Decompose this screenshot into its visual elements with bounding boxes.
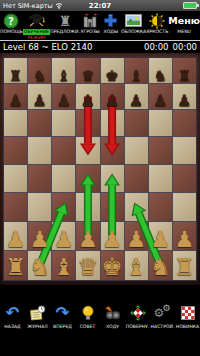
white-clock: 00:00 bbox=[144, 42, 169, 52]
new-game-button[interactable]: НОВИНКА bbox=[175, 302, 200, 329]
white-king: ♚ bbox=[101, 256, 122, 280]
graduation-cap-icon bbox=[28, 12, 45, 29]
white-rook: ♜ bbox=[174, 256, 195, 280]
brightness-button[interactable]: ЯРКОСТЬ bbox=[146, 11, 168, 35]
square-b7[interactable]: ♟ bbox=[28, 84, 51, 109]
square-h4[interactable] bbox=[173, 165, 196, 192]
forward-arrow-icon: ↷ bbox=[56, 302, 69, 323]
wifi-icon bbox=[55, 2, 63, 9]
square-h1[interactable]: ♜ bbox=[173, 251, 196, 280]
square-e6[interactable] bbox=[101, 110, 124, 136]
square-h3[interactable] bbox=[173, 193, 196, 221]
square-d7[interactable]: ♟ bbox=[76, 84, 99, 109]
white-knight: ♞ bbox=[29, 256, 50, 280]
lightbulb-icon bbox=[81, 302, 95, 323]
white-knight: ♞ bbox=[150, 256, 171, 280]
black-pawn: ♟ bbox=[129, 93, 143, 109]
square-d8[interactable]: ♛ bbox=[76, 58, 99, 83]
white-queen: ♛ bbox=[77, 256, 98, 280]
journal-icon bbox=[30, 302, 46, 323]
top-toolbar: ? ПОМОЩЬ ОБУЧЕНИЕ РЕЖИМ ♜ ПРЕДЛОЖИ. bbox=[0, 11, 200, 40]
suggest-move-button[interactable]: ♜ ПРЕДЛОЖИ. bbox=[50, 11, 80, 35]
square-f6[interactable] bbox=[125, 110, 148, 136]
white-bishop: ♝ bbox=[53, 256, 74, 280]
square-g6[interactable] bbox=[149, 110, 172, 136]
square-h7[interactable]: ♟ bbox=[173, 84, 196, 109]
moves-button[interactable]: ХОДЫ bbox=[100, 11, 121, 35]
square-g7[interactable]: ♟ bbox=[149, 84, 172, 109]
cover-button[interactable]: ОБЛОЖКА bbox=[121, 11, 146, 35]
square-f8[interactable]: ♝ bbox=[125, 58, 148, 83]
white-pawn: ♟ bbox=[150, 228, 170, 250]
square-f3[interactable] bbox=[125, 193, 148, 221]
white-pawn: ♟ bbox=[126, 228, 146, 250]
square-c2[interactable]: ♟ bbox=[52, 222, 75, 250]
threats-button[interactable]: УГРОЗЫ bbox=[80, 11, 101, 35]
square-e1[interactable]: ♚ bbox=[101, 251, 124, 280]
settings-button[interactable]: ⚙⚙ НАСТРОЙ. bbox=[150, 302, 175, 329]
square-e3[interactable] bbox=[101, 193, 124, 221]
square-d1[interactable]: ♛ bbox=[76, 251, 99, 280]
rotate-board-icon bbox=[130, 302, 146, 323]
square-a5[interactable] bbox=[4, 137, 27, 164]
white-pawn: ♟ bbox=[30, 228, 50, 250]
square-b8[interactable]: ♞ bbox=[28, 58, 51, 83]
chess-app-screen: Нет SIM-карты 22:07 ? ПОМОЩЬ bbox=[0, 0, 200, 356]
square-b4[interactable] bbox=[28, 165, 51, 192]
white-pawn: ♟ bbox=[78, 228, 98, 250]
black-bishop: ♝ bbox=[130, 69, 143, 84]
black-bishop: ♝ bbox=[57, 69, 70, 84]
brightness-sun-icon bbox=[149, 12, 165, 29]
square-f5[interactable] bbox=[125, 137, 148, 164]
square-b5[interactable] bbox=[28, 137, 51, 164]
back-arrow-icon: ↶ bbox=[6, 302, 19, 323]
black-knight: ♞ bbox=[154, 69, 167, 84]
picture-icon bbox=[125, 12, 142, 29]
square-d3[interactable] bbox=[76, 193, 99, 221]
game-clocks: 00:0000:00 bbox=[140, 42, 197, 52]
menu-text: Меню bbox=[168, 12, 200, 29]
bottom-toolbar: ↶ НАЗАД ЖУРНАЛ ↷ bbox=[0, 302, 200, 329]
square-h5[interactable] bbox=[173, 137, 196, 164]
svg-text:?: ? bbox=[9, 15, 15, 26]
square-g3[interactable] bbox=[149, 193, 172, 221]
square-b3[interactable] bbox=[28, 193, 51, 221]
square-c1[interactable]: ♝ bbox=[52, 251, 75, 280]
square-a3[interactable] bbox=[4, 193, 27, 221]
square-h2[interactable]: ♟ bbox=[173, 222, 196, 250]
square-h8[interactable]: ♜ bbox=[173, 58, 196, 83]
square-g2[interactable]: ♟ bbox=[149, 222, 172, 250]
carrier-label: Нет SIM-карты bbox=[3, 2, 53, 10]
blue-cross-icon bbox=[103, 12, 118, 29]
binoculars-icon bbox=[105, 302, 121, 323]
square-d5[interactable] bbox=[76, 137, 99, 164]
black-rook: ♜ bbox=[9, 69, 22, 84]
square-f1[interactable]: ♝ bbox=[125, 251, 148, 280]
white-bishop: ♝ bbox=[126, 256, 147, 280]
square-e2[interactable]: ♟ bbox=[101, 222, 124, 250]
square-a1[interactable]: ♜ bbox=[4, 251, 27, 280]
black-queen: ♛ bbox=[81, 69, 94, 84]
square-g8[interactable]: ♞ bbox=[149, 58, 172, 83]
black-pawn: ♟ bbox=[177, 93, 191, 109]
hint-button[interactable]: СОВЕТ bbox=[75, 302, 100, 329]
square-a6[interactable] bbox=[4, 110, 27, 136]
square-g5[interactable] bbox=[149, 137, 172, 164]
flip-board-button[interactable]: ПОВЕРНУ. bbox=[125, 302, 150, 329]
undo-button[interactable]: ↶ НАЗАД bbox=[0, 302, 25, 329]
goto-move-button[interactable]: ХОДУ bbox=[100, 302, 125, 329]
white-pawn: ♟ bbox=[102, 228, 122, 250]
square-b1[interactable]: ♞ bbox=[28, 251, 51, 280]
square-b2[interactable]: ♟ bbox=[28, 222, 51, 250]
castle-icon bbox=[82, 12, 98, 29]
white-rook: ♜ bbox=[5, 256, 26, 280]
black-pawn: ♟ bbox=[8, 93, 22, 109]
square-c8[interactable]: ♝ bbox=[52, 58, 75, 83]
black-pawn: ♟ bbox=[153, 93, 167, 109]
square-a4[interactable] bbox=[4, 165, 27, 192]
journal-button[interactable]: ЖУРНАЛ bbox=[25, 302, 50, 329]
black-clock: 00:00 bbox=[173, 42, 198, 52]
clock-time: 22:07 bbox=[73, 2, 127, 10]
square-a8[interactable]: ♜ bbox=[4, 58, 27, 83]
square-b6[interactable] bbox=[28, 110, 51, 136]
square-c6[interactable] bbox=[52, 110, 75, 136]
square-e5[interactable] bbox=[101, 137, 124, 164]
square-g1[interactable]: ♞ bbox=[149, 251, 172, 280]
square-a7[interactable]: ♟ bbox=[4, 84, 27, 109]
square-e8[interactable]: ♚ bbox=[101, 58, 124, 83]
square-f4[interactable] bbox=[125, 165, 148, 192]
square-h6[interactable] bbox=[173, 110, 196, 136]
square-c5[interactable] bbox=[52, 137, 75, 164]
black-king: ♚ bbox=[106, 69, 119, 84]
menu-button[interactable]: Меню MENU bbox=[168, 11, 200, 35]
redo-button[interactable]: ↷ ВПЕРЕД bbox=[50, 302, 75, 329]
teaching-mode-button[interactable]: ОБУЧЕНИЕ РЕЖИМ bbox=[23, 11, 50, 40]
black-pawn: ♟ bbox=[33, 93, 47, 109]
gears-icon: ⚙⚙ bbox=[154, 302, 172, 323]
square-c3[interactable] bbox=[52, 193, 75, 221]
square-e7[interactable]: ♟ bbox=[101, 84, 124, 109]
status-bar: Нет SIM-карты 22:07 bbox=[0, 0, 200, 11]
square-c7[interactable]: ♟ bbox=[52, 84, 75, 109]
white-pawn: ♟ bbox=[174, 228, 194, 250]
square-f7[interactable]: ♟ bbox=[125, 84, 148, 109]
battery-icon bbox=[183, 2, 197, 9]
black-pawn: ♟ bbox=[57, 93, 71, 109]
square-e4[interactable] bbox=[101, 165, 124, 192]
square-g4[interactable] bbox=[149, 165, 172, 192]
checkerboard-icon bbox=[181, 302, 195, 323]
square-f2[interactable]: ♟ bbox=[125, 222, 148, 250]
square-d2[interactable]: ♟ bbox=[76, 222, 99, 250]
help-button[interactable]: ? ПОМОЩЬ bbox=[0, 11, 23, 35]
level-elo-label: Level 68 ~ ELO 2140 bbox=[3, 42, 92, 52]
board-frame: ♜♞♝♛♚♝♞♜♟♟♟♟♟♟♟♟♟♟♟♟♟♟♟♟♜♞♝♛♚♝♞♜ bbox=[0, 53, 200, 285]
square-d6[interactable] bbox=[76, 110, 99, 136]
chess-board: ♜♞♝♛♚♝♞♜♟♟♟♟♟♟♟♟♟♟♟♟♟♟♟♟♜♞♝♛♚♝♞♜ bbox=[4, 58, 196, 280]
info-bar: Level 68 ~ ELO 2140 00:0000:00 bbox=[0, 40, 200, 53]
square-a2[interactable]: ♟ bbox=[4, 222, 27, 250]
black-pawn: ♟ bbox=[81, 93, 95, 109]
white-pawn: ♟ bbox=[54, 228, 74, 250]
square-d4[interactable] bbox=[76, 165, 99, 192]
black-pawn: ♟ bbox=[105, 93, 119, 109]
white-pawn: ♟ bbox=[6, 228, 26, 250]
gray-rook-icon: ♜ bbox=[59, 12, 72, 29]
black-knight: ♞ bbox=[33, 69, 46, 84]
help-icon: ? bbox=[3, 12, 19, 29]
black-rook: ♜ bbox=[178, 69, 191, 84]
square-c4[interactable] bbox=[52, 165, 75, 192]
